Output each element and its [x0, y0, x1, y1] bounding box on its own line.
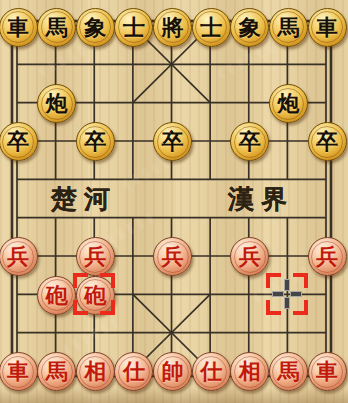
- piece-black-chariot[interactable]: 車: [0, 8, 38, 47]
- piece-red-cannon[interactable]: 砲: [76, 276, 115, 315]
- piece-red-advisor[interactable]: 仕: [192, 352, 231, 391]
- river-label-right: 漢界: [228, 182, 294, 217]
- piece-red-cannon[interactable]: 砲: [37, 276, 76, 315]
- piece-black-advisor[interactable]: 士: [192, 8, 231, 47]
- piece-black-elephant[interactable]: 象: [76, 8, 115, 47]
- piece-black-general[interactable]: 將: [153, 8, 192, 47]
- piece-red-elephant[interactable]: 相: [76, 352, 115, 391]
- piece-black-chariot[interactable]: 車: [308, 8, 347, 47]
- piece-red-soldier[interactable]: 兵: [308, 237, 347, 276]
- piece-red-soldier[interactable]: 兵: [76, 237, 115, 276]
- piece-black-horse[interactable]: 馬: [269, 8, 308, 47]
- piece-black-soldier[interactable]: 卒: [0, 122, 38, 161]
- piece-red-soldier[interactable]: 兵: [0, 237, 38, 276]
- xiangqi-board: 楚河 漢界 車馬象士將士象馬車炮炮卒卒卒卒卒兵兵兵兵兵砲砲車馬相仕帥仕相馬車: [0, 0, 348, 403]
- piece-red-chariot[interactable]: 車: [0, 352, 38, 391]
- piece-black-soldier[interactable]: 卒: [308, 122, 347, 161]
- river-label-left: 楚河: [51, 182, 117, 217]
- piece-red-chariot[interactable]: 車: [308, 352, 347, 391]
- piece-black-soldier[interactable]: 卒: [76, 122, 115, 161]
- piece-black-elephant[interactable]: 象: [230, 8, 269, 47]
- piece-black-cannon[interactable]: 炮: [37, 84, 76, 123]
- piece-black-horse[interactable]: 馬: [37, 8, 76, 47]
- piece-black-advisor[interactable]: 士: [114, 8, 153, 47]
- piece-black-cannon[interactable]: 炮: [269, 84, 308, 123]
